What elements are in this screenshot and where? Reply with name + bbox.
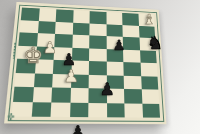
white-king[interactable]: ♚	[22, 45, 44, 67]
square-e4[interactable]	[89, 61, 107, 75]
white-pawn[interactable]: ♟	[42, 40, 58, 56]
square-b2[interactable]	[32, 87, 52, 102]
square-f8[interactable]	[106, 12, 122, 25]
square-e1[interactable]	[88, 102, 106, 117]
square-d7[interactable]	[72, 22, 89, 35]
square-g2[interactable]	[124, 89, 142, 103]
black-pawn[interactable]: ♟	[99, 81, 116, 98]
square-h3[interactable]	[141, 76, 159, 90]
border-markings	[12, 43, 16, 59]
square-g7[interactable]	[122, 25, 139, 38]
square-c8[interactable]	[56, 9, 73, 22]
maker-logo-icon: ✜	[6, 113, 14, 122]
square-b3[interactable]	[33, 73, 52, 87]
square-a8[interactable]	[21, 8, 39, 21]
black-knight[interactable]: ♞	[146, 34, 164, 52]
square-f1[interactable]	[107, 103, 125, 118]
square-c7[interactable]	[55, 21, 73, 34]
black-pawn[interactable]: ♟	[112, 38, 126, 52]
square-b8[interactable]	[38, 8, 56, 21]
square-d1[interactable]	[70, 102, 89, 117]
square-h1[interactable]	[142, 103, 160, 117]
square-h4[interactable]	[140, 63, 157, 77]
square-a3[interactable]	[14, 72, 34, 87]
square-d2[interactable]	[70, 88, 89, 103]
square-c1[interactable]	[51, 102, 71, 117]
square-e7[interactable]	[89, 23, 106, 36]
chessboard-photo: ✜ ♝♟♞♟♚♟♟♟♟	[0, 0, 200, 134]
square-h2[interactable]	[141, 89, 159, 103]
square-g8[interactable]	[122, 13, 138, 26]
square-e5[interactable]	[89, 48, 106, 62]
square-f7[interactable]	[106, 24, 123, 37]
square-d6[interactable]	[72, 35, 89, 48]
square-g3[interactable]	[124, 75, 142, 89]
square-e6[interactable]	[89, 35, 106, 48]
black-pawn-off-board[interactable]: ♟	[70, 124, 86, 134]
square-a7[interactable]	[20, 20, 39, 33]
square-g4[interactable]	[123, 62, 140, 76]
square-b7[interactable]	[37, 21, 55, 34]
square-b1[interactable]	[31, 102, 51, 117]
white-pawn[interactable]: ♟	[63, 68, 80, 85]
square-f4[interactable]	[106, 62, 123, 76]
square-g1[interactable]	[124, 103, 142, 118]
square-c2[interactable]	[51, 87, 70, 102]
white-bishop[interactable]: ♝	[142, 12, 156, 26]
square-e8[interactable]	[90, 11, 107, 24]
square-d8[interactable]	[73, 10, 90, 23]
square-a2[interactable]	[13, 87, 33, 102]
